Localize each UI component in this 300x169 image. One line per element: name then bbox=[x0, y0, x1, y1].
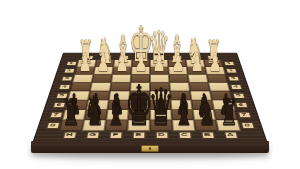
piece-white-pawn-c2[interactable]: ♟ bbox=[172, 49, 185, 75]
piece-black-bishop-c8[interactable]: ♝ bbox=[173, 89, 194, 132]
piece-black-rook-h8[interactable]: ♜ bbox=[62, 95, 80, 132]
piece-white-pawn-f2[interactable]: ♟ bbox=[116, 49, 129, 75]
piece-white-pawn-b2[interactable]: ♟ bbox=[190, 49, 203, 75]
pieces-layer: ♜♞♝♚♛♝♞♜♟♟♟♟♟♟♟♟♟♟♟♟♟♟♟♟♜♞♝♚♛♝♞♜ bbox=[0, 0, 300, 169]
piece-white-pawn-h2[interactable]: ♟ bbox=[78, 49, 91, 75]
piece-white-pawn-g2[interactable]: ♟ bbox=[97, 49, 110, 75]
piece-white-pawn-a2[interactable]: ♟ bbox=[209, 49, 222, 75]
piece-black-rook-a8[interactable]: ♜ bbox=[220, 95, 238, 132]
piece-black-knight-b8[interactable]: ♞ bbox=[196, 91, 216, 132]
piece-black-queen-d8[interactable]: ♛ bbox=[148, 82, 174, 134]
chess-set-photo: HGFEDCBA1122334455667788HGFEDCBA ♜♞♝♚♛♝♞… bbox=[0, 0, 300, 169]
piece-white-pawn-d2[interactable]: ♟ bbox=[153, 49, 166, 75]
piece-black-knight-g8[interactable]: ♞ bbox=[84, 91, 104, 132]
piece-black-bishop-f8[interactable]: ♝ bbox=[106, 89, 127, 132]
piece-white-pawn-e2[interactable]: ♟ bbox=[134, 49, 147, 75]
